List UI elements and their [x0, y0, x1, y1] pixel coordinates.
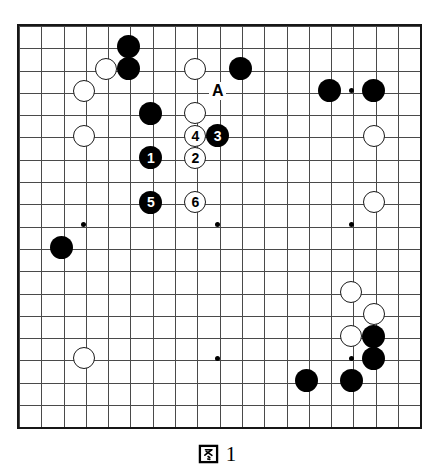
label-A: A — [209, 82, 227, 100]
black-stone — [229, 57, 252, 80]
star-point — [215, 222, 220, 227]
white-stone — [184, 102, 206, 124]
stones-layer: A135426 — [6, 13, 430, 437]
caption-figure-glyph-tu — [198, 443, 219, 465]
black-stone — [117, 35, 140, 58]
star-point — [215, 356, 220, 361]
go-diagram-figure: A135426 1 — [0, 0, 434, 476]
caption: 1 — [0, 438, 434, 470]
white-stone — [363, 191, 385, 213]
white-stone-move-6: 6 — [184, 191, 206, 213]
white-stone — [363, 125, 385, 147]
black-stone-move-1: 1 — [139, 146, 162, 169]
star-point — [81, 222, 86, 227]
white-stone — [184, 58, 206, 80]
black-stone-move-3: 3 — [206, 124, 229, 147]
white-stone-move-2: 2 — [184, 147, 206, 169]
black-stone — [340, 369, 363, 392]
star-point — [349, 356, 354, 361]
caption-number: 1 — [226, 442, 237, 467]
white-stone — [363, 303, 385, 325]
white-stone — [340, 325, 362, 347]
black-stone-move-5: 5 — [139, 191, 162, 214]
star-point — [349, 88, 354, 93]
black-stone — [362, 79, 385, 102]
black-stone — [295, 369, 318, 392]
black-stone — [362, 347, 385, 370]
black-stone — [362, 325, 385, 348]
black-stone — [318, 79, 341, 102]
star-point — [349, 222, 354, 227]
white-stone — [73, 347, 95, 369]
white-stone-move-4: 4 — [184, 125, 206, 147]
white-stone — [73, 125, 95, 147]
black-stone — [50, 236, 73, 259]
black-stone — [139, 102, 162, 125]
white-stone — [340, 281, 362, 303]
black-stone — [117, 57, 140, 80]
white-stone — [95, 58, 117, 80]
white-stone — [73, 80, 95, 102]
